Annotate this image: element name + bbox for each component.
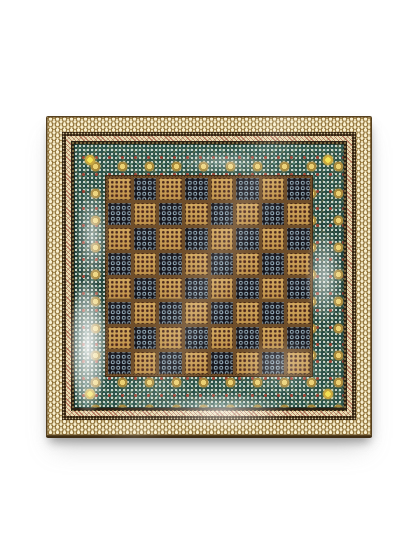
square-h2[interactable] xyxy=(287,327,310,349)
square-h4[interactable] xyxy=(287,278,310,300)
square-a4[interactable] xyxy=(108,278,131,300)
square-e6[interactable] xyxy=(211,228,234,250)
dark-dotted-border xyxy=(62,132,356,420)
board-outer-edge xyxy=(46,116,372,438)
square-h1[interactable] xyxy=(287,352,310,374)
square-c6[interactable] xyxy=(159,228,182,250)
square-a7[interactable] xyxy=(108,203,131,225)
chessboard-photo xyxy=(46,116,372,438)
checkerboard-frame xyxy=(105,175,313,377)
square-a2[interactable] xyxy=(108,327,131,349)
square-e8[interactable] xyxy=(211,178,234,200)
square-c5[interactable] xyxy=(159,253,182,275)
square-e4[interactable] xyxy=(211,278,234,300)
square-h8[interactable] xyxy=(287,178,310,200)
square-d8[interactable] xyxy=(185,178,208,200)
square-b5[interactable] xyxy=(134,253,157,275)
square-b3[interactable] xyxy=(134,302,157,324)
square-g8[interactable] xyxy=(262,178,285,200)
square-b7[interactable] xyxy=(134,203,157,225)
square-b1[interactable] xyxy=(134,352,157,374)
square-a1[interactable] xyxy=(108,352,131,374)
square-d1[interactable] xyxy=(185,352,208,374)
chessboard-grid xyxy=(108,178,310,374)
square-c4[interactable] xyxy=(159,278,182,300)
square-d2[interactable] xyxy=(185,327,208,349)
square-c7[interactable] xyxy=(159,203,182,225)
square-f6[interactable] xyxy=(236,228,259,250)
square-h3[interactable] xyxy=(287,302,310,324)
square-g3[interactable] xyxy=(262,302,285,324)
square-b4[interactable] xyxy=(134,278,157,300)
square-g7[interactable] xyxy=(262,203,285,225)
square-d3[interactable] xyxy=(185,302,208,324)
dark-line-border xyxy=(71,141,347,411)
square-g5[interactable] xyxy=(262,253,285,275)
square-b6[interactable] xyxy=(134,228,157,250)
square-f1[interactable] xyxy=(236,352,259,374)
square-f4[interactable] xyxy=(236,278,259,300)
square-e7[interactable] xyxy=(211,203,234,225)
square-d7[interactable] xyxy=(185,203,208,225)
square-c1[interactable] xyxy=(159,352,182,374)
square-c2[interactable] xyxy=(159,327,182,349)
square-h6[interactable] xyxy=(287,228,310,250)
square-d5[interactable] xyxy=(185,253,208,275)
square-e2[interactable] xyxy=(211,327,234,349)
square-f5[interactable] xyxy=(236,253,259,275)
square-h7[interactable] xyxy=(287,203,310,225)
scallop-khatam-border xyxy=(47,117,371,435)
square-g6[interactable] xyxy=(262,228,285,250)
product-photo-page: { "game": "chess", "scene": { "descripti… xyxy=(0,0,412,550)
square-a8[interactable] xyxy=(108,178,131,200)
square-f7[interactable] xyxy=(236,203,259,225)
square-a5[interactable] xyxy=(108,253,131,275)
square-f2[interactable] xyxy=(236,327,259,349)
square-d4[interactable] xyxy=(185,278,208,300)
square-c8[interactable] xyxy=(159,178,182,200)
square-f8[interactable] xyxy=(236,178,259,200)
square-d6[interactable] xyxy=(185,228,208,250)
square-b2[interactable] xyxy=(134,327,157,349)
square-a3[interactable] xyxy=(108,302,131,324)
square-f3[interactable] xyxy=(236,302,259,324)
square-e1[interactable] xyxy=(211,352,234,374)
square-h5[interactable] xyxy=(287,253,310,275)
square-b8[interactable] xyxy=(134,178,157,200)
square-c3[interactable] xyxy=(159,302,182,324)
square-g2[interactable] xyxy=(262,327,285,349)
square-g4[interactable] xyxy=(262,278,285,300)
square-g1[interactable] xyxy=(262,352,285,374)
square-e5[interactable] xyxy=(211,253,234,275)
floral-painted-border xyxy=(74,144,344,408)
square-e3[interactable] xyxy=(211,302,234,324)
square-a6[interactable] xyxy=(108,228,131,250)
striped-khatam-border xyxy=(66,136,352,416)
